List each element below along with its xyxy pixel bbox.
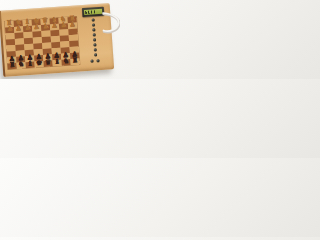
panel-button[interactable] <box>91 18 95 22</box>
piece-black-king[interactable]: ♚ <box>36 60 43 66</box>
square-d8[interactable]: ♛ <box>43 60 52 67</box>
piece-white-pawn[interactable]: ♟ <box>51 23 58 29</box>
panel-button[interactable] <box>92 38 96 42</box>
panel-button[interactable] <box>91 23 95 27</box>
panel-button[interactable] <box>93 48 97 52</box>
piece-black-knight[interactable]: ♞ <box>63 58 70 64</box>
square-e8[interactable]: ♚ <box>34 61 43 68</box>
panel-button[interactable] <box>92 33 96 37</box>
piece-white-pawn[interactable]: ♟ <box>69 21 76 27</box>
piece-black-bishop[interactable]: ♝ <box>54 59 61 65</box>
chess-board: ♜♞♝♚♛♝♞♜♟♟♟♟♟♟♟♟♟♟♟♟♟♟♟♟♜♞♝♚♛♝♞♜ <box>5 17 80 70</box>
piece-black-rook[interactable]: ♜ <box>9 62 16 68</box>
panel-button[interactable] <box>94 53 98 57</box>
panel-button[interactable] <box>93 43 97 47</box>
lcd-screen <box>84 8 102 14</box>
panel-button-bottom-row <box>90 59 99 63</box>
square-a8[interactable]: ♜ <box>70 58 79 65</box>
piece-white-pawn[interactable]: ♟ <box>24 25 31 31</box>
square-g8[interactable]: ♞ <box>16 62 25 69</box>
square-c8[interactable]: ♝ <box>52 60 61 67</box>
piece-black-bishop[interactable]: ♝ <box>27 60 34 66</box>
piece-white-pawn[interactable]: ♟ <box>15 25 22 31</box>
panel-button[interactable] <box>92 28 96 32</box>
piece-white-pawn[interactable]: ♟ <box>42 23 49 29</box>
square-b8[interactable]: ♞ <box>61 59 70 66</box>
lcd-display <box>82 6 105 17</box>
panel-button[interactable] <box>90 59 94 63</box>
chess-computer: ♜♞♝♚♛♝♞♜♟♟♟♟♟♟♟♟♟♟♟♟♟♟♟♟♜♞♝♚♛♝♞♜ <box>0 3 114 77</box>
piece-black-knight[interactable]: ♞ <box>18 61 25 67</box>
piece-white-pawn[interactable]: ♟ <box>33 24 40 30</box>
piece-white-pawn[interactable]: ♟ <box>60 22 67 28</box>
piece-black-rook[interactable]: ♜ <box>72 57 79 63</box>
panel-button[interactable] <box>96 59 100 63</box>
piece-black-queen[interactable]: ♛ <box>45 59 52 65</box>
square-h8[interactable]: ♜ <box>8 63 17 70</box>
lcd-segments <box>85 10 96 14</box>
piece-white-pawn[interactable]: ♟ <box>6 26 13 32</box>
square-f8[interactable]: ♝ <box>25 62 34 69</box>
panel-button-column <box>91 18 97 56</box>
